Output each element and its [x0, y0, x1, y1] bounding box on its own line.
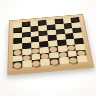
- board-square[interactable]: ●: [13, 61, 22, 68]
- board-square[interactable]: [77, 55, 87, 62]
- photo-background: ●●●●●●●●●●●●●●●●●●●●●●●●: [0, 0, 96, 96]
- board-square[interactable]: [40, 59, 50, 66]
- board-square[interactable]: [22, 60, 31, 67]
- board-perspective-wrapper: ●●●●●●●●●●●●●●●●●●●●●●●●: [7, 14, 93, 73]
- checker-light[interactable]: ●: [31, 60, 41, 67]
- board-grid: ●●●●●●●●●●●●●●●●●●●●●●●●: [13, 17, 88, 68]
- checkers-board-frame: ●●●●●●●●●●●●●●●●●●●●●●●●: [7, 14, 93, 73]
- board-rotation-wrapper: ●●●●●●●●●●●●●●●●●●●●●●●●: [5, 0, 92, 84]
- checker-light[interactable]: ●: [13, 61, 22, 68]
- board-square[interactable]: ●: [31, 60, 41, 67]
